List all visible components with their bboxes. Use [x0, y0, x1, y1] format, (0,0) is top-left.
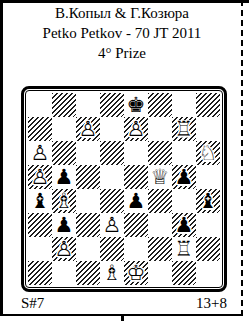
square-g5: ♟♟ [172, 165, 196, 189]
black-pawn-e4: ♟♟ [124, 189, 148, 213]
white-queen-f5: ♛♕ [148, 165, 172, 189]
square-c6 [76, 141, 100, 165]
square-h7 [196, 117, 220, 141]
square-c3 [76, 213, 100, 237]
square-h3 [196, 213, 220, 237]
white-pawn-d3: ♟♙ [100, 213, 124, 237]
black-king-e8: ♚♚ [124, 93, 148, 117]
square-b2: ♟♙ [52, 237, 76, 261]
square-c4 [76, 189, 100, 213]
square-f4 [148, 189, 172, 213]
square-f5: ♛♕ [148, 165, 172, 189]
problem-header: В.Копыл & Г.Козюра Petko Petkov - 70 JT … [3, 3, 241, 63]
square-e4: ♟♟ [124, 189, 148, 213]
black-pawn-b3: ♟♟ [52, 213, 76, 237]
square-h1 [196, 261, 220, 285]
square-b7 [52, 117, 76, 141]
square-e5 [124, 165, 148, 189]
square-g2: ♜♖ [172, 237, 196, 261]
square-c5 [76, 165, 100, 189]
square-b1 [52, 261, 76, 285]
square-e2 [124, 237, 148, 261]
chess-board-frame: ♚♚♟♙♟♙♜♖♟♙♞♘♟♙♟♟♛♕♟♟♝♝♝♗♟♟♝♝♟♟♟♙♟♟♟♙♜♖♝♗… [21, 86, 227, 292]
square-f6 [148, 141, 172, 165]
square-c2 [76, 237, 100, 261]
material-count-label: 13+8 [196, 293, 227, 313]
square-e8: ♚♚ [124, 93, 148, 117]
authors-line: В.Копыл & Г.Козюра [3, 3, 241, 23]
white-knight-h6: ♞♘ [196, 141, 220, 165]
square-d2 [100, 237, 124, 261]
square-e7: ♟♙ [124, 117, 148, 141]
square-d3: ♟♙ [100, 213, 124, 237]
square-d7 [100, 117, 124, 141]
square-b5: ♟♟ [52, 165, 76, 189]
square-d6 [100, 141, 124, 165]
square-h6: ♞♘ [196, 141, 220, 165]
white-pawn-a5: ♟♙ [28, 165, 52, 189]
square-b4: ♝♗ [52, 189, 76, 213]
square-h8 [196, 93, 220, 117]
white-pawn-e7: ♟♙ [124, 117, 148, 141]
white-pawn-b2: ♟♙ [52, 237, 76, 261]
chess-board-inner-frame: ♚♚♟♙♟♙♜♖♟♙♞♘♟♙♟♟♛♕♟♟♝♝♝♗♟♟♝♝♟♟♟♙♟♟♟♙♜♖♝♗… [25, 90, 223, 288]
square-d4 [100, 189, 124, 213]
square-h2 [196, 237, 220, 261]
square-g6 [172, 141, 196, 165]
square-a3 [28, 213, 52, 237]
black-pawn-b5: ♟♟ [52, 165, 76, 189]
square-g4 [172, 189, 196, 213]
white-pawn-c7: ♟♙ [76, 117, 100, 141]
square-a2 [28, 237, 52, 261]
square-f8 [148, 93, 172, 117]
square-a8 [28, 93, 52, 117]
square-a7 [28, 117, 52, 141]
square-g1 [172, 261, 196, 285]
square-f1 [148, 261, 172, 285]
square-d1: ♝♗ [100, 261, 124, 285]
award-line: 4° Prize [3, 43, 241, 63]
white-king-e1: ♚♔ [124, 261, 148, 285]
square-d5 [100, 165, 124, 189]
dashed-cut-line [241, 0, 243, 316]
square-b6 [52, 141, 76, 165]
square-f7 [148, 117, 172, 141]
square-e6 [124, 141, 148, 165]
square-c8 [76, 93, 100, 117]
crop-mark-tick [121, 316, 124, 321]
white-rook-g7: ♜♖ [172, 117, 196, 141]
problem-footer: S#7 13+8 [21, 293, 227, 313]
square-e1: ♚♔ [124, 261, 148, 285]
stipulation-label: S#7 [21, 293, 44, 313]
black-bishop-a4: ♝♝ [28, 189, 52, 213]
square-h4: ♝♝ [196, 189, 220, 213]
black-bishop-h4: ♝♝ [196, 189, 220, 213]
square-e3 [124, 213, 148, 237]
white-bishop-b4: ♝♗ [52, 189, 76, 213]
white-pawn-a6: ♟♙ [28, 141, 52, 165]
chess-board: ♚♚♟♙♟♙♜♖♟♙♞♘♟♙♟♟♛♕♟♟♝♝♝♗♟♟♝♝♟♟♟♙♟♟♟♙♜♖♝♗… [28, 93, 220, 285]
event-line: Petko Petkov - 70 JT 2011 [3, 23, 241, 43]
black-pawn-g3: ♟♟ [172, 213, 196, 237]
square-a5: ♟♙ [28, 165, 52, 189]
square-b8 [52, 93, 76, 117]
square-a1 [28, 261, 52, 285]
black-pawn-g5: ♟♟ [172, 165, 196, 189]
square-g8 [172, 93, 196, 117]
square-b3: ♟♟ [52, 213, 76, 237]
square-a6: ♟♙ [28, 141, 52, 165]
square-h5 [196, 165, 220, 189]
square-c1 [76, 261, 100, 285]
square-a4: ♝♝ [28, 189, 52, 213]
square-c7: ♟♙ [76, 117, 100, 141]
square-d8 [100, 93, 124, 117]
square-f2 [148, 237, 172, 261]
square-g3: ♟♟ [172, 213, 196, 237]
white-rook-g2: ♜♖ [172, 237, 196, 261]
square-f3 [148, 213, 172, 237]
chess-problem-card: В.Копыл & Г.Козюра Petko Petkov - 70 JT … [0, 0, 249, 321]
white-bishop-d1: ♝♗ [100, 261, 124, 285]
square-g7: ♜♖ [172, 117, 196, 141]
